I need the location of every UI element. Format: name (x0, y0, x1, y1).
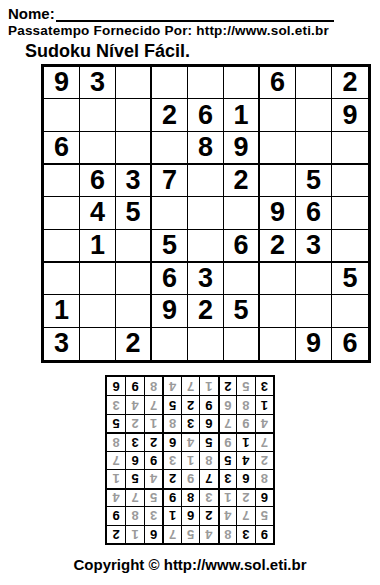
puzzle-cell-empty (116, 132, 152, 165)
solution-cell-filled: 1 (199, 377, 217, 395)
puzzle-cell-given: 4 (80, 197, 116, 229)
puzzle-cell-empty (332, 230, 368, 263)
solution-cell-given: 6 (162, 432, 180, 450)
name-blank-line (56, 4, 334, 22)
puzzle-cell-empty (332, 132, 368, 165)
puzzle-cell-empty (296, 99, 332, 131)
puzzle-cell-given: 2 (116, 328, 152, 360)
solution-cell-filled: 4 (144, 469, 162, 487)
solution-cell-given: 2 (181, 395, 199, 413)
solution-cell-filled: 4 (181, 432, 199, 450)
puzzle-cell-empty (44, 99, 80, 131)
puzzle-cell-empty (260, 295, 296, 327)
sudoku-worksheet-page: Nome: Passatempo Fornecido Por: http://w… (0, 0, 380, 585)
solution-cell-given: 2 (199, 506, 217, 524)
puzzle-cell-empty (80, 295, 116, 327)
puzzle-cell-given: 2 (188, 295, 224, 327)
solution-cell-filled: 4 (199, 525, 217, 543)
solution-cell-given: 9 (125, 377, 143, 395)
solution-cell-filled: 8 (125, 506, 143, 524)
puzzle-cell-empty (296, 295, 332, 327)
solution-cell-given: 3 (125, 432, 143, 450)
solution-cell-filled: 2 (236, 488, 254, 506)
puzzle-cell-given: 1 (224, 99, 260, 131)
solution-cell-filled: 9 (181, 469, 199, 487)
puzzle-cell-given: 6 (296, 197, 332, 229)
solution-cell-filled: 1 (181, 451, 199, 469)
solution-cell-given: 6 (125, 451, 143, 469)
puzzle-cell-given: 2 (332, 67, 368, 99)
puzzle-cell-given: 7 (152, 165, 188, 197)
solution-cell-given: 6 (107, 377, 125, 395)
puzzle-cell-empty (80, 263, 116, 295)
solution-cell-filled: 7 (162, 525, 180, 543)
puzzle-cell-given: 6 (152, 263, 188, 295)
puzzle-cell-empty (116, 263, 152, 295)
name-row: Nome: (8, 4, 334, 22)
puzzle-cell-empty (224, 328, 260, 360)
sudoku-solution-grid-rotated: 9384576125742613896213895748637924512458… (105, 375, 275, 545)
puzzle-cell-given: 6 (188, 99, 224, 131)
puzzle-cell-given: 6 (332, 328, 368, 360)
solution-cell-given: 5 (125, 469, 143, 487)
solution-cell-filled: 7 (181, 377, 199, 395)
solution-cell-given: 9 (144, 451, 162, 469)
puzzle-cell-empty (188, 165, 224, 197)
solution-cell-filled: 4 (255, 414, 273, 432)
puzzle-cell-given: 5 (116, 197, 152, 229)
solution-cell-filled: 5 (181, 525, 199, 543)
puzzle-cell-empty (224, 263, 260, 295)
puzzle-cell-empty (260, 328, 296, 360)
puzzle-cell-empty (44, 263, 80, 295)
solution-cell-filled: 3 (144, 506, 162, 524)
solution-cell-given: 9 (107, 506, 125, 524)
puzzle-cell-empty (152, 328, 188, 360)
copyright-text: Copyright © http://www.sol.eti.br (0, 556, 380, 573)
puzzle-cell-empty (224, 197, 260, 229)
solution-cell-given: 3 (255, 377, 273, 395)
puzzle-cell-given: 2 (260, 230, 296, 263)
puzzle-cell-empty (296, 263, 332, 295)
puzzle-cell-empty (80, 99, 116, 131)
puzzle-cell-empty (116, 67, 152, 99)
solution-cell-filled: 5 (144, 488, 162, 506)
solution-cell-filled: 4 (218, 506, 236, 524)
solution-cell-filled: 8 (255, 469, 273, 487)
puzzle-cell-empty (224, 67, 260, 99)
solution-cell-filled: 7 (218, 414, 236, 432)
solution-cell-filled: 1 (218, 488, 236, 506)
puzzle-cell-empty (332, 165, 368, 197)
puzzle-cell-given: 2 (152, 99, 188, 131)
solution-cell-given: 3 (236, 525, 254, 543)
puzzle-cell-empty (188, 67, 224, 99)
puzzle-cell-given: 9 (332, 99, 368, 131)
puzzle-cell-given: 6 (44, 132, 80, 165)
puzzle-cell-empty (260, 99, 296, 131)
solution-cell-given: 6 (181, 506, 199, 524)
provided-by-text: Passatempo Fornecido Por: http://www.sol… (8, 23, 329, 38)
solution-cell-filled: 7 (144, 395, 162, 413)
solution-cell-given: 6 (199, 414, 217, 432)
solution-cell-filled: 8 (162, 414, 180, 432)
puzzle-cell-empty (116, 230, 152, 263)
solution-cell-filled: 2 (125, 414, 143, 432)
solution-cell-given: 6 (236, 469, 254, 487)
solution-cell-filled: 1 (144, 414, 162, 432)
solution-cell-given: 1 (236, 432, 254, 450)
solution-cell-given: 2 (144, 432, 162, 450)
puzzle-cell-given: 5 (224, 295, 260, 327)
solution-cell-filled: 8 (107, 432, 125, 450)
solution-cell-filled: 9 (218, 432, 236, 450)
solution-cell-filled: 4 (125, 395, 143, 413)
solution-cell-filled: 7 (107, 451, 125, 469)
puzzle-cell-given: 3 (116, 165, 152, 197)
solution-cell-filled: 8 (218, 525, 236, 543)
puzzle-cell-empty (80, 132, 116, 165)
solution-cell-given: 2 (218, 377, 236, 395)
solution-cell-given: 9 (199, 395, 217, 413)
solution-cell-given: 6 (144, 525, 162, 543)
puzzle-cell-empty (116, 99, 152, 131)
solution-cell-filled: 7 (255, 432, 273, 450)
puzzle-cell-given: 9 (44, 67, 80, 99)
puzzle-cell-given: 3 (296, 230, 332, 263)
puzzle-cell-empty (44, 197, 80, 229)
solution-cell-filled: 8 (236, 395, 254, 413)
solution-cell-filled: 2 (255, 451, 273, 469)
solution-cell-filled: 8 (199, 451, 217, 469)
solution-cell-filled: 3 (107, 395, 125, 413)
solution-cell-given: 3 (181, 414, 199, 432)
puzzle-cell-empty (44, 230, 80, 263)
solution-cell-filled: 7 (125, 488, 143, 506)
puzzle-cell-empty (260, 132, 296, 165)
puzzle-cell-given: 9 (224, 132, 260, 165)
solution-cell-given: 9 (255, 525, 273, 543)
solution-cell-filled: 5 (255, 506, 273, 524)
puzzle-cell-empty (296, 67, 332, 99)
solution-cell-filled: 1 (125, 525, 143, 543)
puzzle-cell-empty (44, 165, 80, 197)
puzzle-cell-given: 3 (188, 263, 224, 295)
solution-cell-filled: 7 (236, 506, 254, 524)
puzzle-cell-empty (152, 132, 188, 165)
solution-cell-given: 5 (162, 395, 180, 413)
solution-cell-filled: 4 (162, 377, 180, 395)
solution-cell-filled: 5 (236, 377, 254, 395)
puzzle-cell-given: 9 (296, 328, 332, 360)
puzzle-cell-empty (80, 328, 116, 360)
solution-cell-given: 1 (162, 506, 180, 524)
puzzle-cell-given: 8 (188, 132, 224, 165)
puzzle-cell-empty (152, 197, 188, 229)
puzzle-cell-given: 6 (224, 230, 260, 263)
solution-cell-filled: 1 (107, 469, 125, 487)
solution-cell-given: 9 (162, 488, 180, 506)
puzzle-cell-given: 5 (296, 165, 332, 197)
solution-cell-given: 5 (218, 451, 236, 469)
solution-cell-given: 4 (236, 451, 254, 469)
solution-cell-given: 5 (199, 432, 217, 450)
puzzle-cell-given: 9 (152, 295, 188, 327)
puzzle-cell-given: 3 (44, 328, 80, 360)
solution-cell-filled: 4 (107, 488, 125, 506)
puzzle-cell-empty (116, 295, 152, 327)
puzzle-cell-empty (332, 197, 368, 229)
puzzle-cell-empty (188, 230, 224, 263)
sudoku-puzzle-grid: 936226196896372545961562363519253296 (41, 64, 371, 363)
solution-cell-given: 1 (255, 395, 273, 413)
solution-cell-given: 6 (255, 488, 273, 506)
puzzle-cell-given: 6 (80, 165, 116, 197)
puzzle-cell-empty (332, 295, 368, 327)
puzzle-cell-empty (260, 165, 296, 197)
solution-cell-filled: 3 (162, 451, 180, 469)
page-title: Sudoku Nível Fácil. (25, 41, 190, 62)
solution-cell-filled: 8 (144, 377, 162, 395)
solution-cell-filled: 9 (236, 414, 254, 432)
name-label: Nome: (8, 5, 55, 22)
puzzle-cell-empty (188, 197, 224, 229)
puzzle-cell-given: 9 (260, 197, 296, 229)
solution-cell-given: 3 (218, 469, 236, 487)
puzzle-cell-empty (260, 263, 296, 295)
puzzle-cell-given: 5 (332, 263, 368, 295)
puzzle-cell-given: 1 (44, 295, 80, 327)
puzzle-cell-given: 6 (260, 67, 296, 99)
puzzle-cell-given: 3 (80, 67, 116, 99)
puzzle-cell-given: 2 (224, 165, 260, 197)
solution-cell-given: 2 (107, 525, 125, 543)
puzzle-cell-given: 5 (152, 230, 188, 263)
puzzle-cell-empty (188, 328, 224, 360)
solution-cell-given: 5 (107, 414, 125, 432)
solution-cell-given: 8 (181, 488, 199, 506)
solution-cell-given: 2 (162, 469, 180, 487)
solution-cell-filled: 3 (199, 488, 217, 506)
solution-cell-given: 7 (199, 469, 217, 487)
solution-cell-filled: 6 (218, 395, 236, 413)
puzzle-cell-empty (296, 132, 332, 165)
puzzle-cell-empty (152, 67, 188, 99)
puzzle-cell-given: 1 (80, 230, 116, 263)
